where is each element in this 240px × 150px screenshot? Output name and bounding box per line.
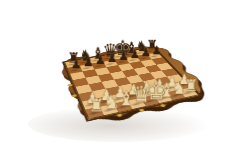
black-pawn-glyph: ♟ — [140, 46, 151, 58]
piece-black-pawn[interactable]: ♟ — [118, 46, 130, 64]
black-pawn-glyph: ♟ — [83, 56, 94, 68]
piece-black-pawn[interactable]: ♟ — [129, 44, 141, 61]
black-pawn-glyph: ♟ — [95, 54, 106, 66]
white-rook-glyph: ♜ — [89, 97, 105, 115]
white-bishop-glyph: ♝ — [118, 89, 135, 108]
black-pawn-glyph: ♟ — [151, 44, 161, 56]
piece-black-pawn[interactable]: ♟ — [94, 50, 106, 68]
black-pawn-glyph: ♟ — [71, 58, 82, 71]
piece-white-rook[interactable]: ♜ — [89, 94, 104, 116]
piece-black-pawn[interactable]: ♟ — [82, 52, 94, 70]
piece-black-pawn[interactable]: ♟ — [70, 54, 83, 72]
piece-black-pawn[interactable]: ♟ — [140, 43, 152, 60]
black-pawn-glyph: ♟ — [107, 52, 118, 64]
black-pawn-glyph: ♟ — [118, 50, 129, 62]
white-knight-glyph: ♞ — [103, 93, 120, 112]
black-pawn-glyph: ♟ — [129, 48, 140, 60]
piece-white-knight[interactable]: ♞ — [103, 91, 118, 113]
piece-black-pawn[interactable]: ♟ — [151, 41, 163, 58]
square-c5[interactable] — [98, 73, 114, 82]
chess-set-photo: ♜♞♝♛♚♝♞♜♟♟♟♟♟♟♟♟♟♟♟♟♟♟♟♟♜♞♝♛♚♝♞♜ — [0, 0, 240, 150]
piece-black-pawn[interactable]: ♟ — [106, 48, 118, 66]
